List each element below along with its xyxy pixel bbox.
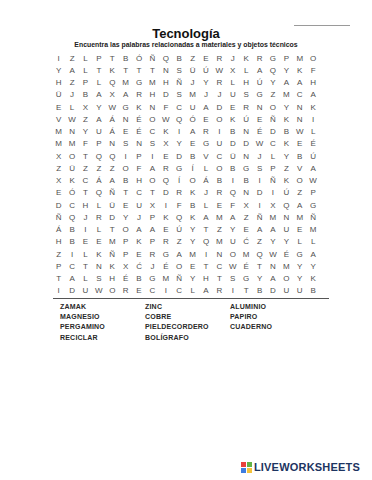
grid-cell[interactable]: U: [92, 126, 105, 138]
grid-cell[interactable]: E: [213, 199, 226, 211]
grid-cell[interactable]: M: [293, 52, 306, 64]
grid-cell[interactable]: I: [159, 285, 172, 297]
grid-cell[interactable]: Y: [293, 260, 306, 272]
grid-cell[interactable]: L: [186, 285, 199, 297]
grid-cell[interactable]: É: [239, 260, 252, 272]
grid-cell[interactable]: Ñ: [306, 211, 319, 223]
grid-cell[interactable]: U: [226, 236, 239, 248]
grid-cell[interactable]: Y: [186, 224, 199, 236]
grid-cell[interactable]: C: [293, 89, 306, 101]
grid-cell[interactable]: L: [306, 236, 319, 248]
grid-cell[interactable]: Y: [119, 211, 132, 223]
grid-cell[interactable]: A: [173, 248, 186, 260]
grid-cell[interactable]: Y: [266, 236, 279, 248]
grid-cell[interactable]: M: [186, 248, 199, 260]
grid-cell[interactable]: C: [132, 187, 145, 199]
grid-cell[interactable]: Ñ: [106, 248, 119, 260]
grid-cell[interactable]: B: [253, 285, 266, 297]
grid-cell[interactable]: I: [226, 175, 239, 187]
grid-cell[interactable]: É: [159, 260, 172, 272]
grid-cell[interactable]: Í: [186, 162, 199, 174]
grid-cell[interactable]: H: [306, 77, 319, 89]
grid-cell[interactable]: Q: [106, 77, 119, 89]
grid-cell[interactable]: C: [79, 175, 92, 187]
grid-cell[interactable]: A: [293, 199, 306, 211]
grid-cell[interactable]: W: [213, 64, 226, 76]
grid-cell[interactable]: Á: [106, 113, 119, 125]
grid-cell[interactable]: Q: [173, 113, 186, 125]
grid-cell[interactable]: T: [92, 64, 105, 76]
grid-cell[interactable]: B: [186, 150, 199, 162]
grid-cell[interactable]: K: [239, 52, 252, 64]
grid-cell[interactable]: A: [306, 89, 319, 101]
grid-cell[interactable]: F: [132, 162, 145, 174]
grid-cell[interactable]: H: [239, 77, 252, 89]
grid-cell[interactable]: R: [239, 101, 252, 113]
grid-cell[interactable]: É: [119, 273, 132, 285]
grid-cell[interactable]: K: [280, 175, 293, 187]
grid-cell[interactable]: F: [79, 138, 92, 150]
grid-cell[interactable]: J: [253, 150, 266, 162]
grid-cell[interactable]: J: [132, 211, 145, 223]
grid-cell[interactable]: R: [253, 52, 266, 64]
grid-cell[interactable]: Q: [199, 236, 212, 248]
grid-cell[interactable]: H: [52, 236, 65, 248]
grid-cell[interactable]: M: [213, 236, 226, 248]
grid-cell[interactable]: I: [306, 113, 319, 125]
grid-cell[interactable]: I: [79, 224, 92, 236]
grid-cell[interactable]: D: [266, 126, 279, 138]
grid-cell[interactable]: Z: [280, 162, 293, 174]
grid-cell[interactable]: C: [65, 199, 78, 211]
grid-cell[interactable]: R: [92, 211, 105, 223]
grid-cell[interactable]: L: [199, 162, 212, 174]
grid-cell[interactable]: L: [226, 77, 239, 89]
grid-cell[interactable]: C: [173, 101, 186, 113]
grid-cell[interactable]: R: [159, 162, 172, 174]
grid-cell[interactable]: L: [293, 236, 306, 248]
grid-cell[interactable]: P: [146, 236, 159, 248]
grid-cell[interactable]: Z: [266, 89, 279, 101]
grid-cell[interactable]: Z: [253, 236, 266, 248]
grid-cell[interactable]: Ñ: [266, 175, 279, 187]
grid-cell[interactable]: J: [213, 89, 226, 101]
grid-cell[interactable]: M: [306, 224, 319, 236]
grid-cell[interactable]: Ó: [65, 187, 78, 199]
grid-cell[interactable]: Ñ: [106, 187, 119, 199]
grid-cell[interactable]: C: [146, 285, 159, 297]
grid-cell[interactable]: J: [79, 211, 92, 223]
liveworksheets-logo[interactable]: LIVEWORKSHEETS: [241, 461, 360, 473]
grid-cell[interactable]: F: [173, 199, 186, 211]
grid-cell[interactable]: T: [79, 260, 92, 272]
grid-cell[interactable]: U: [280, 224, 293, 236]
grid-cell[interactable]: Y: [173, 138, 186, 150]
grid-cell[interactable]: A: [306, 248, 319, 260]
grid-cell[interactable]: I: [173, 126, 186, 138]
grid-cell[interactable]: N: [92, 260, 105, 272]
grid-cell[interactable]: Z: [106, 162, 119, 174]
grid-cell[interactable]: W: [253, 138, 266, 150]
grid-cell[interactable]: A: [65, 64, 78, 76]
grid-cell[interactable]: E: [52, 101, 65, 113]
grid-cell[interactable]: X: [226, 64, 239, 76]
grid-cell[interactable]: Y: [186, 273, 199, 285]
grid-cell[interactable]: Y: [280, 101, 293, 113]
grid-cell[interactable]: M: [239, 248, 252, 260]
grid-cell[interactable]: Á: [92, 175, 105, 187]
grid-cell[interactable]: X: [52, 175, 65, 187]
grid-cell[interactable]: K: [65, 175, 78, 187]
grid-cell[interactable]: É: [253, 126, 266, 138]
grid-cell[interactable]: A: [186, 126, 199, 138]
grid-cell[interactable]: E: [52, 187, 65, 199]
grid-cell[interactable]: M: [266, 211, 279, 223]
grid-cell[interactable]: T: [79, 150, 92, 162]
grid-cell[interactable]: Ñ: [173, 77, 186, 89]
grid-cell[interactable]: G: [119, 101, 132, 113]
grid-cell[interactable]: A: [65, 273, 78, 285]
grid-cell[interactable]: S: [119, 138, 132, 150]
grid-cell[interactable]: L: [199, 199, 212, 211]
grid-cell[interactable]: B: [173, 52, 186, 64]
grid-cell[interactable]: A: [199, 285, 212, 297]
grid-cell[interactable]: N: [239, 150, 252, 162]
grid-cell[interactable]: U: [293, 285, 306, 297]
grid-cell[interactable]: E: [92, 236, 105, 248]
grid-cell[interactable]: J: [146, 260, 159, 272]
grid-cell[interactable]: U: [226, 89, 239, 101]
grid-cell[interactable]: Y: [253, 273, 266, 285]
grid-cell[interactable]: Y: [306, 260, 319, 272]
grid-cell[interactable]: M: [119, 77, 132, 89]
grid-cell[interactable]: A: [199, 101, 212, 113]
grid-cell[interactable]: Y: [280, 64, 293, 76]
grid-cell[interactable]: A: [253, 64, 266, 76]
grid-cell[interactable]: T: [146, 187, 159, 199]
grid-cell[interactable]: Ñ: [173, 273, 186, 285]
grid-cell[interactable]: O: [213, 113, 226, 125]
grid-cell[interactable]: M: [159, 273, 172, 285]
grid-cell[interactable]: G: [159, 248, 172, 260]
grid-cell[interactable]: X: [159, 138, 172, 150]
grid-cell[interactable]: Ñ: [253, 211, 266, 223]
grid-cell[interactable]: P: [146, 211, 159, 223]
grid-cell[interactable]: X: [239, 199, 252, 211]
grid-cell[interactable]: I: [199, 248, 212, 260]
grid-cell[interactable]: T: [199, 224, 212, 236]
grid-cell[interactable]: Q: [92, 150, 105, 162]
grid-cell[interactable]: Z: [239, 211, 252, 223]
grid-cell[interactable]: D: [239, 138, 252, 150]
grid-cell[interactable]: S: [239, 89, 252, 101]
grid-cell[interactable]: X: [106, 89, 119, 101]
grid-cell[interactable]: A: [92, 113, 105, 125]
grid-cell[interactable]: I: [65, 248, 78, 260]
grid-cell[interactable]: U: [186, 101, 199, 113]
grid-cell[interactable]: A: [266, 224, 279, 236]
grid-cell[interactable]: Ó: [186, 113, 199, 125]
grid-cell[interactable]: P: [92, 138, 105, 150]
grid-cell[interactable]: Ú: [280, 187, 293, 199]
grid-cell[interactable]: K: [280, 138, 293, 150]
grid-cell[interactable]: Ü: [106, 199, 119, 211]
grid-cell[interactable]: U: [79, 285, 92, 297]
grid-cell[interactable]: D: [106, 211, 119, 223]
grid-cell[interactable]: E: [159, 224, 172, 236]
grid-cell[interactable]: Ú: [253, 77, 266, 89]
grid-cell[interactable]: N: [239, 126, 252, 138]
grid-cell[interactable]: G: [173, 162, 186, 174]
grid-cell[interactable]: E: [186, 138, 199, 150]
grid-cell[interactable]: K: [306, 273, 319, 285]
grid-cell[interactable]: W: [159, 113, 172, 125]
grid-cell[interactable]: K: [132, 236, 145, 248]
grid-cell[interactable]: S: [92, 273, 105, 285]
grid-cell[interactable]: Y: [52, 64, 65, 76]
grid-cell[interactable]: H: [159, 77, 172, 89]
grid-cell[interactable]: P: [266, 162, 279, 174]
grid-cell[interactable]: I: [146, 150, 159, 162]
grid-cell[interactable]: P: [306, 187, 319, 199]
grid-cell[interactable]: C: [213, 260, 226, 272]
grid-cell[interactable]: S: [253, 162, 266, 174]
grid-cell[interactable]: R: [132, 89, 145, 101]
grid-cell[interactable]: O: [280, 273, 293, 285]
grid-cell[interactable]: M: [280, 89, 293, 101]
grid-cell[interactable]: D: [65, 285, 78, 297]
grid-cell[interactable]: I: [266, 187, 279, 199]
grid-cell[interactable]: N: [253, 101, 266, 113]
grid-cell[interactable]: H: [52, 77, 65, 89]
grid-cell[interactable]: N: [119, 113, 132, 125]
grid-cell[interactable]: I: [52, 52, 65, 64]
grid-cell[interactable]: S: [173, 89, 186, 101]
grid-cell[interactable]: A: [253, 224, 266, 236]
grid-cell[interactable]: A: [132, 224, 145, 236]
grid-cell[interactable]: Z: [79, 113, 92, 125]
grid-cell[interactable]: K: [293, 64, 306, 76]
grid-cell[interactable]: D: [253, 187, 266, 199]
grid-cell[interactable]: E: [293, 138, 306, 150]
grid-cell[interactable]: N: [266, 260, 279, 272]
grid-cell[interactable]: Y: [226, 224, 239, 236]
grid-cell[interactable]: Y: [293, 273, 306, 285]
grid-cell[interactable]: E: [119, 126, 132, 138]
grid-cell[interactable]: R: [146, 248, 159, 260]
grid-cell[interactable]: M: [186, 89, 199, 101]
grid-cell[interactable]: Q: [65, 211, 78, 223]
grid-cell[interactable]: N: [213, 248, 226, 260]
grid-cell[interactable]: B: [119, 52, 132, 64]
grid-cell[interactable]: P: [132, 150, 145, 162]
grid-cell[interactable]: E: [199, 52, 212, 64]
grid-cell[interactable]: T: [119, 187, 132, 199]
grid-cell[interactable]: D: [213, 101, 226, 113]
grid-cell[interactable]: Z: [52, 248, 65, 260]
grid-cell[interactable]: Z: [293, 187, 306, 199]
grid-cell[interactable]: Ć: [239, 236, 252, 248]
grid-cell[interactable]: K: [186, 211, 199, 223]
grid-cell[interactable]: N: [65, 126, 78, 138]
grid-cell[interactable]: A: [306, 162, 319, 174]
grid-cell[interactable]: M: [293, 211, 306, 223]
grid-cell[interactable]: B: [226, 162, 239, 174]
grid-cell[interactable]: Z: [92, 162, 105, 174]
grid-cell[interactable]: K: [226, 113, 239, 125]
grid-cell[interactable]: W: [106, 101, 119, 113]
grid-cell[interactable]: W: [92, 285, 105, 297]
grid-cell[interactable]: Ć: [132, 260, 145, 272]
grid-cell[interactable]: B: [65, 224, 78, 236]
grid-cell[interactable]: C: [173, 285, 186, 297]
grid-cell[interactable]: Í: [173, 175, 186, 187]
grid-cell[interactable]: N: [239, 187, 252, 199]
grid-cell[interactable]: G: [266, 52, 279, 64]
grid-cell[interactable]: Q: [226, 187, 239, 199]
grid-cell[interactable]: O: [306, 52, 319, 64]
grid-cell[interactable]: O: [293, 175, 306, 187]
grid-cell[interactable]: M: [146, 77, 159, 89]
grid-cell[interactable]: I: [213, 126, 226, 138]
grid-cell[interactable]: N: [293, 101, 306, 113]
grid-cell[interactable]: M: [213, 211, 226, 223]
grid-cell[interactable]: A: [199, 211, 212, 223]
grid-cell[interactable]: A: [146, 224, 159, 236]
grid-cell[interactable]: O: [186, 175, 199, 187]
grid-cell[interactable]: U: [280, 285, 293, 297]
grid-cell[interactable]: P: [52, 260, 65, 272]
grid-cell[interactable]: N: [159, 64, 172, 76]
grid-cell[interactable]: W: [306, 175, 319, 187]
grid-cell[interactable]: Q: [106, 150, 119, 162]
grid-cell[interactable]: F: [226, 199, 239, 211]
grid-cell[interactable]: H: [132, 175, 145, 187]
grid-cell[interactable]: L: [79, 273, 92, 285]
grid-cell[interactable]: A: [266, 273, 279, 285]
grid-cell[interactable]: X: [79, 101, 92, 113]
grid-cell[interactable]: P: [280, 52, 293, 64]
grid-cell[interactable]: D: [266, 285, 279, 297]
grid-cell[interactable]: V: [52, 113, 65, 125]
grid-cell[interactable]: O: [146, 113, 159, 125]
grid-cell[interactable]: K: [92, 248, 105, 260]
grid-cell[interactable]: O: [266, 101, 279, 113]
grid-cell[interactable]: S: [173, 64, 186, 76]
grid-cell[interactable]: Q: [173, 211, 186, 223]
grid-cell[interactable]: X: [266, 199, 279, 211]
grid-cell[interactable]: H: [79, 199, 92, 211]
grid-cell[interactable]: K: [159, 126, 172, 138]
grid-cell[interactable]: K: [132, 101, 145, 113]
grid-cell[interactable]: Y: [280, 236, 293, 248]
grid-cell[interactable]: E: [199, 113, 212, 125]
grid-cell[interactable]: N: [106, 138, 119, 150]
grid-cell[interactable]: B: [119, 175, 132, 187]
grid-cell[interactable]: H: [146, 89, 159, 101]
grid-cell[interactable]: I: [253, 175, 266, 187]
grid-cell[interactable]: T: [132, 64, 145, 76]
grid-cell[interactable]: R: [213, 52, 226, 64]
grid-cell[interactable]: S: [146, 138, 159, 150]
grid-cell[interactable]: É: [132, 126, 145, 138]
grid-cell[interactable]: Y: [280, 150, 293, 162]
grid-cell[interactable]: A: [92, 89, 105, 101]
grid-cell[interactable]: Y: [266, 77, 279, 89]
grid-cell[interactable]: Ñ: [146, 52, 159, 64]
grid-cell[interactable]: R: [213, 187, 226, 199]
grid-cell[interactable]: B: [293, 150, 306, 162]
grid-cell[interactable]: O: [226, 248, 239, 260]
grid-cell[interactable]: L: [306, 126, 319, 138]
grid-cell[interactable]: D: [159, 89, 172, 101]
grid-cell[interactable]: T: [79, 187, 92, 199]
grid-cell[interactable]: L: [92, 224, 105, 236]
grid-cell[interactable]: N: [146, 101, 159, 113]
grid-cell[interactable]: V: [199, 150, 212, 162]
grid-cell[interactable]: K: [280, 113, 293, 125]
grid-cell[interactable]: Ú: [199, 64, 212, 76]
grid-cell[interactable]: E: [239, 224, 252, 236]
grid-cell[interactable]: Q: [280, 199, 293, 211]
grid-cell[interactable]: R: [199, 126, 212, 138]
grid-cell[interactable]: Y: [79, 126, 92, 138]
grid-cell[interactable]: Á: [106, 126, 119, 138]
grid-cell[interactable]: Ú: [306, 150, 319, 162]
grid-cell[interactable]: Y: [92, 101, 105, 113]
grid-cell[interactable]: G: [306, 199, 319, 211]
grid-cell[interactable]: U: [132, 199, 145, 211]
grid-cell[interactable]: M: [52, 126, 65, 138]
grid-cell[interactable]: B: [306, 285, 319, 297]
grid-cell[interactable]: E: [132, 285, 145, 297]
grid-cell[interactable]: K: [106, 64, 119, 76]
grid-cell[interactable]: Ú: [239, 113, 252, 125]
grid-cell[interactable]: I: [253, 199, 266, 211]
grid-cell[interactable]: C: [266, 138, 279, 150]
grid-cell[interactable]: Ü: [65, 162, 78, 174]
grid-cell[interactable]: X: [146, 199, 159, 211]
grid-cell[interactable]: I: [52, 285, 65, 297]
grid-cell[interactable]: K: [106, 260, 119, 272]
grid-cell[interactable]: E: [132, 248, 145, 260]
grid-cell[interactable]: Ñ: [52, 211, 65, 223]
grid-cell[interactable]: K: [306, 101, 319, 113]
grid-cell[interactable]: E: [253, 113, 266, 125]
grid-cell[interactable]: E: [79, 236, 92, 248]
grid-cell[interactable]: É: [132, 113, 145, 125]
grid-cell[interactable]: B: [186, 199, 199, 211]
grid-cell[interactable]: R: [173, 187, 186, 199]
grid-cell[interactable]: B: [239, 175, 252, 187]
grid-cell[interactable]: T: [253, 260, 266, 272]
grid-cell[interactable]: R: [119, 285, 132, 297]
grid-cell[interactable]: A: [280, 77, 293, 89]
grid-cell[interactable]: H: [106, 273, 119, 285]
grid-cell[interactable]: A: [226, 211, 239, 223]
grid-cell[interactable]: Ü: [52, 89, 65, 101]
grid-cell[interactable]: I: [159, 199, 172, 211]
grid-cell[interactable]: A: [146, 162, 159, 174]
grid-cell[interactable]: J: [186, 77, 199, 89]
grid-cell[interactable]: Z: [79, 162, 92, 174]
grid-cell[interactable]: X: [119, 260, 132, 272]
grid-cell[interactable]: L: [266, 150, 279, 162]
grid-cell[interactable]: N: [293, 113, 306, 125]
grid-cell[interactable]: E: [119, 199, 132, 211]
grid-cell[interactable]: T: [52, 273, 65, 285]
grid-cell[interactable]: M: [280, 260, 293, 272]
